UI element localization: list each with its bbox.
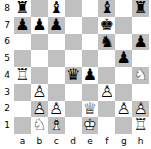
- file-label-g: g: [115, 134, 132, 149]
- piece-white-pawn[interactable]: ♟♙: [32, 101, 46, 118]
- square-d3[interactable]: [65, 84, 82, 101]
- square-h2[interactable]: ♟♙: [132, 101, 149, 118]
- piece-white-knight[interactable]: ♞♘: [134, 67, 148, 84]
- square-d4[interactable]: ♛: [65, 67, 82, 84]
- square-a4[interactable]: ♜♖: [14, 67, 31, 84]
- square-a6[interactable]: [14, 34, 31, 51]
- square-c4[interactable]: [48, 67, 65, 84]
- square-a7[interactable]: ♟: [14, 17, 31, 34]
- square-a3[interactable]: [14, 84, 31, 101]
- piece-black-pawn[interactable]: ♟: [117, 50, 131, 67]
- square-c7[interactable]: ♟: [48, 17, 65, 34]
- square-h6[interactable]: ♟: [132, 34, 149, 51]
- square-a1[interactable]: [14, 117, 31, 134]
- file-label-a: a: [14, 134, 31, 149]
- square-f4[interactable]: [98, 67, 115, 84]
- rank-label-5: 5: [0, 50, 14, 67]
- square-f2[interactable]: [98, 101, 115, 118]
- file-label-e: e: [82, 134, 99, 149]
- piece-black-pawn[interactable]: ♟: [83, 67, 97, 84]
- square-g7[interactable]: [115, 17, 132, 34]
- square-g1[interactable]: [115, 117, 132, 134]
- rank-label-3: 3: [0, 84, 14, 101]
- piece-black-rook[interactable]: ♜: [134, 0, 148, 17]
- square-e2[interactable]: ♛♕: [82, 101, 99, 118]
- square-e3[interactable]: [82, 84, 99, 101]
- square-h4[interactable]: ♞♘: [132, 67, 149, 84]
- square-g3[interactable]: [115, 84, 132, 101]
- piece-black-knight[interactable]: ♞: [100, 34, 114, 51]
- square-b3[interactable]: ♟♙: [31, 84, 48, 101]
- chess-board: ♜♝♝♜♟♟♟♚♞♟♟♜♖♛♟♞♘♟♙♟♙♟♙♟♙♛♕♟♙♟♙♞♘♝♗♚♔♜♖: [14, 0, 151, 134]
- square-c1[interactable]: ♝♗: [48, 117, 65, 134]
- chess-diagram: 87654321 ♜♝♝♜♟♟♟♚♞♟♟♜♖♛♟♞♘♟♙♟♙♟♙♟♙♛♕♟♙♟♙…: [0, 0, 151, 149]
- square-f7[interactable]: ♚: [98, 17, 115, 34]
- file-label-d: d: [65, 134, 82, 149]
- square-g2[interactable]: ♟♙: [115, 101, 132, 118]
- piece-white-knight[interactable]: ♞♘: [32, 117, 46, 134]
- square-h1[interactable]: ♜♖: [132, 117, 149, 134]
- piece-black-rook[interactable]: ♜: [15, 0, 29, 17]
- piece-black-pawn[interactable]: ♟: [49, 17, 63, 34]
- piece-white-pawn[interactable]: ♟♙: [49, 101, 63, 118]
- piece-black-king[interactable]: ♚: [100, 17, 114, 34]
- square-b4[interactable]: [31, 67, 48, 84]
- file-label-f: f: [98, 134, 115, 149]
- piece-black-pawn[interactable]: ♟: [134, 34, 148, 51]
- piece-white-rook[interactable]: ♜♖: [134, 117, 148, 134]
- piece-black-queen[interactable]: ♛: [66, 67, 80, 84]
- square-h3[interactable]: [132, 84, 149, 101]
- file-label-h: h: [132, 134, 149, 149]
- square-a5[interactable]: [14, 50, 31, 67]
- rank-label-8: 8: [0, 0, 14, 17]
- piece-white-rook[interactable]: ♜♖: [15, 67, 29, 84]
- square-e7[interactable]: [82, 17, 99, 34]
- square-c3[interactable]: [48, 84, 65, 101]
- piece-black-bishop[interactable]: ♝: [100, 0, 114, 17]
- square-e6[interactable]: [82, 34, 99, 51]
- piece-white-pawn[interactable]: ♟♙: [100, 84, 114, 101]
- square-e1[interactable]: ♚♔: [82, 117, 99, 134]
- square-h8[interactable]: ♜: [132, 0, 149, 17]
- piece-white-pawn[interactable]: ♟♙: [134, 101, 148, 118]
- square-c6[interactable]: [48, 34, 65, 51]
- square-b5[interactable]: [31, 50, 48, 67]
- square-b2[interactable]: ♟♙: [31, 101, 48, 118]
- rank-labels: 87654321: [0, 0, 14, 134]
- rank-label-1: 1: [0, 117, 14, 134]
- square-d1[interactable]: [65, 117, 82, 134]
- square-h7[interactable]: [132, 17, 149, 34]
- board-corner-spacer: [0, 134, 14, 149]
- square-b1[interactable]: ♞♘: [31, 117, 48, 134]
- rank-label-6: 6: [0, 34, 14, 51]
- piece-black-pawn[interactable]: ♟: [15, 17, 29, 34]
- square-e4[interactable]: ♟: [82, 67, 99, 84]
- square-f6[interactable]: ♞: [98, 34, 115, 51]
- square-f3[interactable]: ♟♙: [98, 84, 115, 101]
- rank-label-2: 2: [0, 101, 14, 118]
- piece-white-king[interactable]: ♚♔: [83, 117, 97, 134]
- file-label-b: b: [31, 134, 48, 149]
- square-g4[interactable]: [115, 67, 132, 84]
- piece-white-pawn[interactable]: ♟♙: [117, 101, 131, 118]
- piece-white-pawn[interactable]: ♟♙: [32, 84, 46, 101]
- square-g6[interactable]: [115, 34, 132, 51]
- file-labels: abcdefgh: [14, 134, 151, 149]
- square-d2[interactable]: [65, 101, 82, 118]
- square-c2[interactable]: ♟♙: [48, 101, 65, 118]
- square-f5[interactable]: [98, 50, 115, 67]
- square-d6[interactable]: [65, 34, 82, 51]
- square-a2[interactable]: [14, 101, 31, 118]
- square-f8[interactable]: ♝: [98, 0, 115, 17]
- file-label-c: c: [48, 134, 65, 149]
- square-e5[interactable]: [82, 50, 99, 67]
- piece-white-bishop[interactable]: ♝♗: [49, 117, 63, 134]
- piece-black-bishop[interactable]: ♝: [49, 0, 63, 17]
- square-b6[interactable]: [31, 34, 48, 51]
- square-f1[interactable]: [98, 117, 115, 134]
- square-c8[interactable]: ♝: [48, 0, 65, 17]
- square-b8[interactable]: [31, 0, 48, 17]
- rank-label-7: 7: [0, 17, 14, 34]
- square-h5[interactable]: [132, 50, 149, 67]
- square-d7[interactable]: [65, 17, 82, 34]
- square-g5[interactable]: ♟: [115, 50, 132, 67]
- square-g8[interactable]: [115, 0, 132, 17]
- piece-black-pawn[interactable]: ♟: [32, 17, 46, 34]
- square-b7[interactable]: ♟: [31, 17, 48, 34]
- square-d8[interactable]: [65, 0, 82, 17]
- piece-white-queen[interactable]: ♛♕: [83, 101, 97, 118]
- square-a8[interactable]: ♜: [14, 0, 31, 17]
- square-c5[interactable]: [48, 50, 65, 67]
- square-e8[interactable]: [82, 0, 99, 17]
- rank-label-4: 4: [0, 67, 14, 84]
- square-d5[interactable]: [65, 50, 82, 67]
